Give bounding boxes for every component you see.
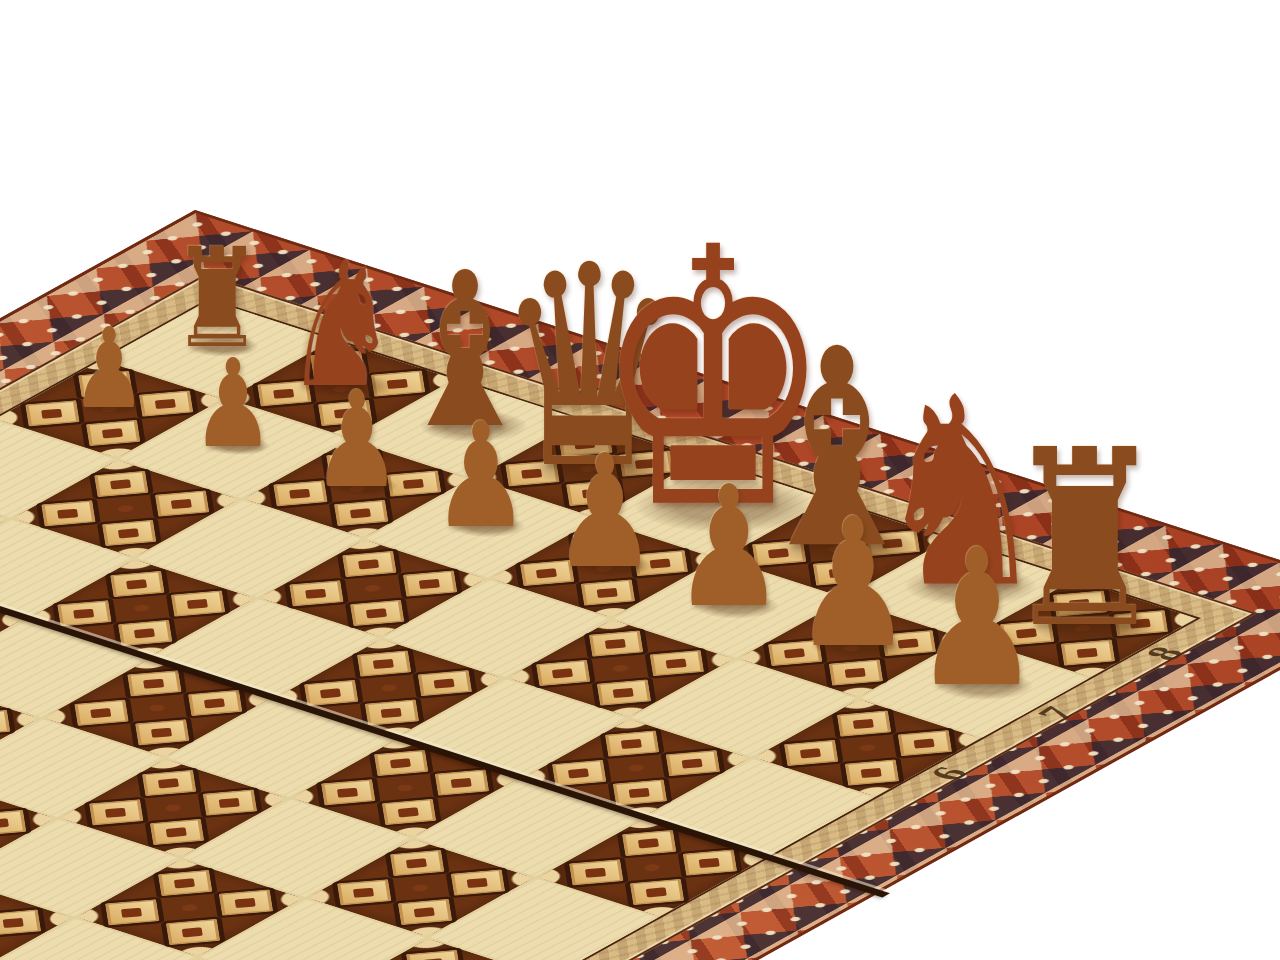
piece-black-pawn-d7[interactable]: ♟	[416, 403, 546, 548]
pieces-layer: ♜♞♝♛♚♝♞♜♟♟♟♟♟♟♟♟	[0, 0, 1280, 960]
pawn-glyph: ♟	[673, 464, 785, 631]
pawn-glyph: ♟	[914, 525, 1041, 714]
product-photo-stage: 876 ♜♞♝♛♚♝♞♜♟♟♟♟♟♟♟♟	[0, 0, 1280, 960]
piece-black-pawn-b7[interactable]: ♟	[178, 343, 287, 465]
piece-black-pawn-h7[interactable]: ♟	[892, 525, 1061, 714]
pawn-glyph: ♟	[553, 434, 658, 590]
pawn-glyph: ♟	[312, 374, 401, 507]
piece-black-pawn-c7[interactable]: ♟	[297, 374, 416, 507]
pawn-glyph: ♟	[72, 313, 147, 424]
piece-black-pawn-a7[interactable]: ♟	[59, 313, 159, 424]
pawn-glyph: ♟	[192, 343, 274, 465]
pawn-glyph: ♟	[432, 403, 530, 548]
